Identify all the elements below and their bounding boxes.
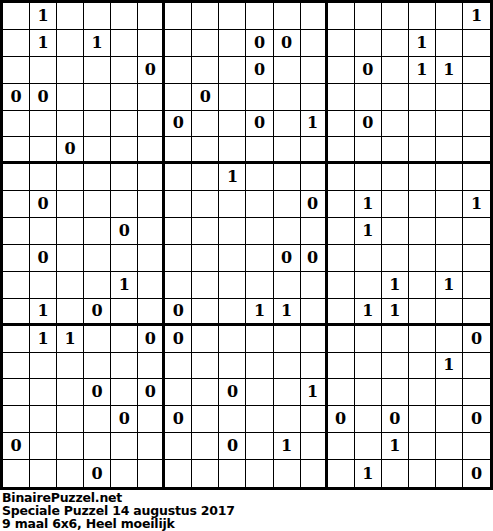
cell-r12c3[interactable] <box>57 299 84 326</box>
cell-r1c3[interactable] <box>57 3 84 30</box>
cell-r3c7[interactable] <box>165 57 192 84</box>
cell-r1c1[interactable] <box>3 3 30 30</box>
cell-r6c11[interactable] <box>274 137 301 164</box>
cell-r4c10[interactable] <box>246 84 273 111</box>
cell-r12c13[interactable] <box>328 299 355 326</box>
cell-r18c1[interactable] <box>3 460 30 487</box>
cell-r6c3: 0 <box>57 137 84 164</box>
cell-r2c18[interactable] <box>463 30 490 57</box>
cell-r1c18: 1 <box>463 3 490 30</box>
cell-r9c7[interactable] <box>165 218 192 245</box>
cell-r5c5[interactable] <box>111 111 138 138</box>
cell-r14c5[interactable] <box>111 353 138 380</box>
cell-r4c3[interactable] <box>57 84 84 111</box>
cell-r3c14: 0 <box>355 57 382 84</box>
cell-r4c2: 0 <box>30 84 57 111</box>
cell-r9c6[interactable] <box>138 218 165 245</box>
cell-r18c5[interactable] <box>111 460 138 487</box>
cell-r4c9[interactable] <box>219 84 246 111</box>
cell-r11c7[interactable] <box>165 272 192 299</box>
cell-r10c17[interactable] <box>436 245 463 272</box>
cell-r17c13[interactable] <box>328 433 355 460</box>
cell-r14c14[interactable] <box>355 353 382 380</box>
cell-r10c14[interactable] <box>355 245 382 272</box>
cell-r4c18[interactable] <box>463 84 490 111</box>
cell-r15c16[interactable] <box>409 379 436 406</box>
cell-r15c18[interactable] <box>463 379 490 406</box>
cell-r11c2[interactable] <box>30 272 57 299</box>
cell-r2c4: 1 <box>84 30 111 57</box>
cell-r4c11[interactable] <box>274 84 301 111</box>
cell-r2c10: 0 <box>246 30 273 57</box>
cell-r14c9[interactable] <box>219 353 246 380</box>
cell-r5c10: 0 <box>246 111 273 138</box>
cell-r8c9[interactable] <box>219 191 246 218</box>
cell-r15c17[interactable] <box>436 379 463 406</box>
cell-r1c6[interactable] <box>138 3 165 30</box>
cell-r9c17[interactable] <box>436 218 463 245</box>
cell-r7c14[interactable] <box>355 164 382 191</box>
cell-r5c13[interactable] <box>328 111 355 138</box>
cell-r10c5[interactable] <box>111 245 138 272</box>
cell-r18c10[interactable] <box>246 460 273 487</box>
cell-r9c12[interactable] <box>301 218 328 245</box>
cell-r2c2: 1 <box>30 30 57 57</box>
cell-r3c1[interactable] <box>3 57 30 84</box>
cell-r3c4[interactable] <box>84 57 111 84</box>
cell-r15c3[interactable] <box>57 379 84 406</box>
cell-r1c7[interactable] <box>165 3 192 30</box>
cell-r17c7[interactable] <box>165 433 192 460</box>
cell-r2c6[interactable] <box>138 30 165 57</box>
cell-r14c7[interactable] <box>165 353 192 380</box>
cell-r14c4[interactable] <box>84 353 111 380</box>
cell-r16c2[interactable] <box>30 406 57 433</box>
cell-r8c13[interactable] <box>328 191 355 218</box>
cell-r16c10[interactable] <box>246 406 273 433</box>
cell-r15c7[interactable] <box>165 379 192 406</box>
cell-r7c17[interactable] <box>436 164 463 191</box>
cell-r11c12[interactable] <box>301 272 328 299</box>
cell-r18c15[interactable] <box>382 460 409 487</box>
cell-r18c16[interactable] <box>409 460 436 487</box>
cell-r16c17[interactable] <box>436 406 463 433</box>
cell-r8c5[interactable] <box>111 191 138 218</box>
cell-r7c1[interactable] <box>3 164 30 191</box>
cell-r7c3[interactable] <box>57 164 84 191</box>
cell-r1c11[interactable] <box>274 3 301 30</box>
cell-r12c2: 1 <box>30 299 57 326</box>
cell-r13c14[interactable] <box>355 326 382 353</box>
cell-r1c15[interactable] <box>382 3 409 30</box>
cell-r8c8[interactable] <box>192 191 219 218</box>
cell-r5c11[interactable] <box>274 111 301 138</box>
cell-r6c5[interactable] <box>111 137 138 164</box>
cell-r18c13[interactable] <box>328 460 355 487</box>
cell-r4c7[interactable] <box>165 84 192 111</box>
cell-r4c15[interactable] <box>382 84 409 111</box>
cell-r11c5: 1 <box>111 272 138 299</box>
cell-r17c3[interactable] <box>57 433 84 460</box>
cell-r17c6[interactable] <box>138 433 165 460</box>
cell-r12c7: 0 <box>165 299 192 326</box>
cell-r6c2[interactable] <box>30 137 57 164</box>
cell-r1c9[interactable] <box>219 3 246 30</box>
cell-r17c16[interactable] <box>409 433 436 460</box>
cell-r9c4[interactable] <box>84 218 111 245</box>
cell-r1c4[interactable] <box>84 3 111 30</box>
cell-r10c3[interactable] <box>57 245 84 272</box>
cell-r9c8[interactable] <box>192 218 219 245</box>
cell-r12c17[interactable] <box>436 299 463 326</box>
cell-r4c13[interactable] <box>328 84 355 111</box>
cell-r9c3[interactable] <box>57 218 84 245</box>
cell-r13c4[interactable] <box>84 326 111 353</box>
cell-r3c11[interactable] <box>274 57 301 84</box>
cell-r15c1[interactable] <box>3 379 30 406</box>
cell-r15c11[interactable] <box>274 379 301 406</box>
cell-r14c13[interactable] <box>328 353 355 380</box>
cell-r5c16[interactable] <box>409 111 436 138</box>
cell-r11c11[interactable] <box>274 272 301 299</box>
cell-r13c8[interactable] <box>192 326 219 353</box>
cell-r14c3[interactable] <box>57 353 84 380</box>
cell-r16c14[interactable] <box>355 406 382 433</box>
cell-r10c1[interactable] <box>3 245 30 272</box>
cell-r13c16[interactable] <box>409 326 436 353</box>
cell-r3c12[interactable] <box>301 57 328 84</box>
cell-r8c2: 0 <box>30 191 57 218</box>
cell-r17c14[interactable] <box>355 433 382 460</box>
cell-r11c1[interactable] <box>3 272 30 299</box>
cell-r7c4[interactable] <box>84 164 111 191</box>
cell-r18c9[interactable] <box>219 460 246 487</box>
cell-r17c4[interactable] <box>84 433 111 460</box>
cell-r1c8[interactable] <box>192 3 219 30</box>
cell-r4c6[interactable] <box>138 84 165 111</box>
cell-r8c3[interactable] <box>57 191 84 218</box>
cell-r9c5: 0 <box>111 218 138 245</box>
cell-r16c8[interactable] <box>192 406 219 433</box>
cell-r18c18: 0 <box>463 460 490 487</box>
cell-r2c14[interactable] <box>355 30 382 57</box>
cell-r7c12[interactable] <box>301 164 328 191</box>
cell-r10c18[interactable] <box>463 245 490 272</box>
cell-r7c8[interactable] <box>192 164 219 191</box>
cell-r6c10[interactable] <box>246 137 273 164</box>
cell-r9c14: 1 <box>355 218 382 245</box>
cell-r2c12[interactable] <box>301 30 328 57</box>
cell-r9c13[interactable] <box>328 218 355 245</box>
cell-r5c8[interactable] <box>192 111 219 138</box>
cell-r13c3: 1 <box>57 326 84 353</box>
cell-r6c14[interactable] <box>355 137 382 164</box>
cell-r10c12: 0 <box>301 245 328 272</box>
cell-r4c5[interactable] <box>111 84 138 111</box>
cell-r12c9[interactable] <box>219 299 246 326</box>
cell-r11c18[interactable] <box>463 272 490 299</box>
cell-r10c4[interactable] <box>84 245 111 272</box>
cell-r5c12: 1 <box>301 111 328 138</box>
cell-r2c15[interactable] <box>382 30 409 57</box>
cell-r1c16[interactable] <box>409 3 436 30</box>
cell-r12c16[interactable] <box>409 299 436 326</box>
cell-r16c3[interactable] <box>57 406 84 433</box>
cell-r3c18[interactable] <box>463 57 490 84</box>
cell-r6c8[interactable] <box>192 137 219 164</box>
cell-r8c17[interactable] <box>436 191 463 218</box>
cell-r3c3[interactable] <box>57 57 84 84</box>
cell-r1c12[interactable] <box>301 3 328 30</box>
cell-r15c10[interactable] <box>246 379 273 406</box>
cell-r16c6[interactable] <box>138 406 165 433</box>
cell-r11c17: 1 <box>436 272 463 299</box>
cell-r13c10[interactable] <box>246 326 273 353</box>
cell-r5c17[interactable] <box>436 111 463 138</box>
cell-r11c10[interactable] <box>246 272 273 299</box>
cell-r2c3[interactable] <box>57 30 84 57</box>
cell-r8c10[interactable] <box>246 191 273 218</box>
cell-r2c9[interactable] <box>219 30 246 57</box>
cell-r17c2[interactable] <box>30 433 57 460</box>
cell-r1c13[interactable] <box>328 3 355 30</box>
cell-r18c2[interactable] <box>30 460 57 487</box>
cell-r9c16[interactable] <box>409 218 436 245</box>
cell-r14c11[interactable] <box>274 353 301 380</box>
cell-r9c9[interactable] <box>219 218 246 245</box>
cell-r14c16[interactable] <box>409 353 436 380</box>
cell-r10c16[interactable] <box>409 245 436 272</box>
cell-r5c9[interactable] <box>219 111 246 138</box>
cell-r3c5[interactable] <box>111 57 138 84</box>
cell-r5c4[interactable] <box>84 111 111 138</box>
cell-r17c17[interactable] <box>436 433 463 460</box>
cell-r4c17[interactable] <box>436 84 463 111</box>
cell-r9c1[interactable] <box>3 218 30 245</box>
cell-r7c10[interactable] <box>246 164 273 191</box>
cell-r2c16: 1 <box>409 30 436 57</box>
cell-r16c11[interactable] <box>274 406 301 433</box>
cell-r10c2: 0 <box>30 245 57 272</box>
cell-r12c8[interactable] <box>192 299 219 326</box>
cell-r13c1[interactable] <box>3 326 30 353</box>
cell-r5c1[interactable] <box>3 111 30 138</box>
cell-r14c2[interactable] <box>30 353 57 380</box>
cell-r15c12: 1 <box>301 379 328 406</box>
cell-r2c7[interactable] <box>165 30 192 57</box>
cell-r7c2[interactable] <box>30 164 57 191</box>
cell-r16c16[interactable] <box>409 406 436 433</box>
cell-r6c7[interactable] <box>165 137 192 164</box>
cell-r7c7[interactable] <box>165 164 192 191</box>
cell-r1c14[interactable] <box>355 3 382 30</box>
cell-r11c6[interactable] <box>138 272 165 299</box>
cell-r10c8[interactable] <box>192 245 219 272</box>
cell-r18c11[interactable] <box>274 460 301 487</box>
cell-r7c16[interactable] <box>409 164 436 191</box>
cell-r5c18[interactable] <box>463 111 490 138</box>
cell-r18c3[interactable] <box>57 460 84 487</box>
cell-r8c12: 0 <box>301 191 328 218</box>
cell-r6c6[interactable] <box>138 137 165 164</box>
cell-r4c12[interactable] <box>301 84 328 111</box>
cell-r1c10[interactable] <box>246 3 273 30</box>
cell-r10c9[interactable] <box>219 245 246 272</box>
cell-r10c15[interactable] <box>382 245 409 272</box>
cell-r7c13[interactable] <box>328 164 355 191</box>
cell-r10c7[interactable] <box>165 245 192 272</box>
cell-r5c7: 0 <box>165 111 192 138</box>
cell-r17c15: 1 <box>382 433 409 460</box>
cell-r17c8[interactable] <box>192 433 219 460</box>
cell-r11c16[interactable] <box>409 272 436 299</box>
cell-r15c5[interactable] <box>111 379 138 406</box>
cell-r9c18[interactable] <box>463 218 490 245</box>
cell-r6c15[interactable] <box>382 137 409 164</box>
cell-r9c10[interactable] <box>246 218 273 245</box>
cell-r14c10[interactable] <box>246 353 273 380</box>
cell-r17c12[interactable] <box>301 433 328 460</box>
cell-r12c5[interactable] <box>111 299 138 326</box>
cell-r2c1[interactable] <box>3 30 30 57</box>
cell-r18c17[interactable] <box>436 460 463 487</box>
cell-r18c8[interactable] <box>192 460 219 487</box>
cell-r13c11[interactable] <box>274 326 301 353</box>
cell-r14c15[interactable] <box>382 353 409 380</box>
cell-r11c9[interactable] <box>219 272 246 299</box>
cell-r1c17[interactable] <box>436 3 463 30</box>
cell-r17c5[interactable] <box>111 433 138 460</box>
cell-r5c14: 0 <box>355 111 382 138</box>
cell-r8c1[interactable] <box>3 191 30 218</box>
puzzle-board: 1111001000110000010010011010001111001111… <box>0 0 493 490</box>
cell-r11c14[interactable] <box>355 272 382 299</box>
cell-r3c8[interactable] <box>192 57 219 84</box>
cell-r17c9: 0 <box>219 433 246 460</box>
cell-r2c17[interactable] <box>436 30 463 57</box>
cell-r2c13[interactable] <box>328 30 355 57</box>
cell-r10c11: 0 <box>274 245 301 272</box>
cell-r9c11[interactable] <box>274 218 301 245</box>
cell-r7c15[interactable] <box>382 164 409 191</box>
cell-r10c13[interactable] <box>328 245 355 272</box>
cell-r6c13[interactable] <box>328 137 355 164</box>
cell-r7c11[interactable] <box>274 164 301 191</box>
cell-r12c12[interactable] <box>301 299 328 326</box>
cell-r15c8[interactable] <box>192 379 219 406</box>
cell-r18c4: 0 <box>84 460 111 487</box>
cell-r8c14: 1 <box>355 191 382 218</box>
cell-r6c17[interactable] <box>436 137 463 164</box>
cell-r4c14[interactable] <box>355 84 382 111</box>
cell-r2c5[interactable] <box>111 30 138 57</box>
cell-r13c17[interactable] <box>436 326 463 353</box>
cell-r12c6[interactable] <box>138 299 165 326</box>
cell-r5c6[interactable] <box>138 111 165 138</box>
cell-r6c16[interactable] <box>409 137 436 164</box>
cell-r14c12[interactable] <box>301 353 328 380</box>
cell-r5c3[interactable] <box>57 111 84 138</box>
cell-r17c10[interactable] <box>246 433 273 460</box>
cell-r13c12[interactable] <box>301 326 328 353</box>
cell-r7c18[interactable] <box>463 164 490 191</box>
cell-r8c6[interactable] <box>138 191 165 218</box>
cell-r14c6[interactable] <box>138 353 165 380</box>
cell-r1c2: 1 <box>30 3 57 30</box>
cell-r14c1[interactable] <box>3 353 30 380</box>
cell-r13c13[interactable] <box>328 326 355 353</box>
cell-r13c15[interactable] <box>382 326 409 353</box>
cell-r16c1[interactable] <box>3 406 30 433</box>
cell-r13c5[interactable] <box>111 326 138 353</box>
cell-r13c9[interactable] <box>219 326 246 353</box>
cell-r4c16[interactable] <box>409 84 436 111</box>
cell-r8c4[interactable] <box>84 191 111 218</box>
cell-r12c18[interactable] <box>463 299 490 326</box>
footer: BinairePuzzel.net Speciale Puzzel 14 aug… <box>0 490 493 530</box>
cell-r3c13[interactable] <box>328 57 355 84</box>
cell-r16c12[interactable] <box>301 406 328 433</box>
cell-r11c8[interactable] <box>192 272 219 299</box>
cell-r11c13[interactable] <box>328 272 355 299</box>
cell-r4c4[interactable] <box>84 84 111 111</box>
cell-r5c2[interactable] <box>30 111 57 138</box>
cell-r6c4[interactable] <box>84 137 111 164</box>
cell-r5c15[interactable] <box>382 111 409 138</box>
cell-r6c9[interactable] <box>219 137 246 164</box>
cell-r15c13[interactable] <box>328 379 355 406</box>
cell-r3c15[interactable] <box>382 57 409 84</box>
cell-r15c15[interactable] <box>382 379 409 406</box>
cell-r10c6[interactable] <box>138 245 165 272</box>
cell-r7c6[interactable] <box>138 164 165 191</box>
cell-r7c5[interactable] <box>111 164 138 191</box>
cell-r11c4[interactable] <box>84 272 111 299</box>
cell-r16c7: 0 <box>165 406 192 433</box>
cell-r8c11[interactable] <box>274 191 301 218</box>
cell-r9c15[interactable] <box>382 218 409 245</box>
cell-r6c12[interactable] <box>301 137 328 164</box>
cell-r3c6: 0 <box>138 57 165 84</box>
cell-r8c7[interactable] <box>165 191 192 218</box>
cell-r16c9[interactable] <box>219 406 246 433</box>
cell-r15c14[interactable] <box>355 379 382 406</box>
cell-r6c1[interactable] <box>3 137 30 164</box>
cell-r10c10[interactable] <box>246 245 273 272</box>
cell-r2c8[interactable] <box>192 30 219 57</box>
cell-r16c4[interactable] <box>84 406 111 433</box>
cell-r8c16[interactable] <box>409 191 436 218</box>
cell-r12c11: 1 <box>274 299 301 326</box>
cell-r17c18[interactable] <box>463 433 490 460</box>
cell-r3c2[interactable] <box>30 57 57 84</box>
cell-r18c6[interactable] <box>138 460 165 487</box>
cell-r14c18[interactable] <box>463 353 490 380</box>
cell-r18c12[interactable] <box>301 460 328 487</box>
cell-r11c3[interactable] <box>57 272 84 299</box>
cell-r15c2[interactable] <box>30 379 57 406</box>
cell-r8c15[interactable] <box>382 191 409 218</box>
cell-r14c17: 1 <box>436 353 463 380</box>
cell-r9c2[interactable] <box>30 218 57 245</box>
cell-r6c18[interactable] <box>463 137 490 164</box>
cell-r12c15: 1 <box>382 299 409 326</box>
cell-r1c5[interactable] <box>111 3 138 30</box>
cell-r14c8[interactable] <box>192 353 219 380</box>
cell-r18c7[interactable] <box>165 460 192 487</box>
cell-r12c1[interactable] <box>3 299 30 326</box>
cell-r3c9[interactable] <box>219 57 246 84</box>
